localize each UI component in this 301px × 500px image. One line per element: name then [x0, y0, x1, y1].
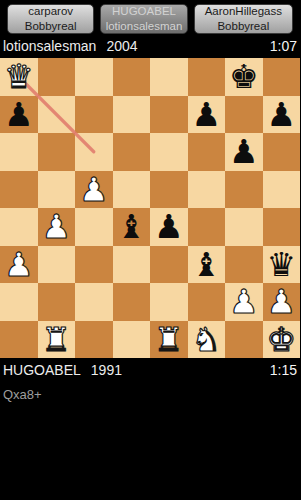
square-a1[interactable] [0, 321, 38, 359]
tab-player-top: AaronHillegass [205, 4, 282, 19]
tab-aaronhillegass-bobbyreal[interactable]: AaronHillegass Bobbyreal [194, 4, 293, 34]
square-b6[interactable] [38, 133, 76, 171]
square-a5[interactable] [0, 171, 38, 209]
square-g4[interactable] [225, 208, 263, 246]
square-a2[interactable] [0, 283, 38, 321]
bottom-player-rating: 1991 [91, 362, 122, 378]
square-h4[interactable] [263, 208, 301, 246]
square-e5[interactable] [150, 171, 188, 209]
bottom-player-clock: 1:15 [270, 362, 297, 378]
top-player-name: lotionsalesman [3, 38, 96, 54]
tab-player-bottom: Bobbyreal [217, 19, 269, 34]
square-b3[interactable] [38, 246, 76, 284]
top-player-clock: 1:07 [270, 38, 297, 54]
piece-wR-e1[interactable]: ♜ [154, 321, 184, 358]
piece-wR-b1[interactable]: ♜ [41, 321, 71, 358]
square-f8[interactable] [188, 58, 226, 96]
square-d1[interactable] [113, 321, 151, 359]
piece-wN-f1[interactable]: ♞ [191, 321, 221, 358]
piece-wP-b4[interactable]: ♟ [41, 208, 71, 245]
square-d8[interactable] [113, 58, 151, 96]
tab-player-bottom: Bobbyreal [25, 19, 77, 34]
piece-bP-f7[interactable]: ♟ [191, 96, 221, 133]
top-player-rating: 2004 [106, 38, 137, 54]
square-b7[interactable] [38, 96, 76, 134]
square-g5[interactable] [225, 171, 263, 209]
square-c4[interactable] [75, 208, 113, 246]
square-a6[interactable] [0, 133, 38, 171]
piece-wP-h2[interactable]: ♟ [266, 283, 296, 320]
square-g2[interactable]: ♟ [225, 283, 263, 321]
square-h6[interactable] [263, 133, 301, 171]
piece-bK-g8[interactable]: ♚ [229, 58, 259, 95]
square-g8[interactable]: ♚ [225, 58, 263, 96]
square-d4[interactable]: ♝ [113, 208, 151, 246]
piece-wP-c5[interactable]: ♟ [79, 171, 109, 208]
square-c1[interactable] [75, 321, 113, 359]
chess-board-container: ♛♚♟♟♟♟♟♟♝♟♟♝♛♟♟♜♜♞♚ [0, 58, 300, 358]
square-e1[interactable]: ♜ [150, 321, 188, 359]
square-f7[interactable]: ♟ [188, 96, 226, 134]
piece-bP-a7[interactable]: ♟ [4, 96, 34, 133]
piece-bP-e4[interactable]: ♟ [154, 208, 184, 245]
piece-bP-g6[interactable]: ♟ [229, 133, 259, 170]
square-c6[interactable] [75, 133, 113, 171]
piece-wP-a3[interactable]: ♟ [4, 246, 34, 283]
tab-player-top: carparov [28, 4, 73, 19]
square-b2[interactable] [38, 283, 76, 321]
last-move-text: Qxa8+ [0, 382, 300, 402]
square-a4[interactable] [0, 208, 38, 246]
piece-wK-h1[interactable]: ♚ [266, 321, 296, 358]
tab-player-top: HUGOABEL [112, 4, 176, 19]
tab-carparov-bobbyreal[interactable]: carparov Bobbyreal [7, 4, 94, 34]
square-d2[interactable] [113, 283, 151, 321]
piece-wQ-a8[interactable]: ♛ [4, 58, 34, 95]
square-d6[interactable] [113, 133, 151, 171]
square-a7[interactable]: ♟ [0, 96, 38, 134]
square-h1[interactable]: ♚ [263, 321, 301, 359]
square-g1[interactable] [225, 321, 263, 359]
square-a8[interactable]: ♛ [0, 58, 38, 96]
square-d7[interactable] [113, 96, 151, 134]
square-f2[interactable] [188, 283, 226, 321]
square-c2[interactable] [75, 283, 113, 321]
bottom-player-name: HUGOABEL [3, 362, 81, 378]
square-a3[interactable]: ♟ [0, 246, 38, 284]
square-f5[interactable] [188, 171, 226, 209]
square-e2[interactable] [150, 283, 188, 321]
square-h3[interactable]: ♛ [263, 246, 301, 284]
square-e4[interactable]: ♟ [150, 208, 188, 246]
square-c7[interactable] [75, 96, 113, 134]
square-b1[interactable]: ♜ [38, 321, 76, 359]
square-d5[interactable] [113, 171, 151, 209]
piece-bB-f3[interactable]: ♝ [191, 246, 221, 283]
square-h8[interactable] [263, 58, 301, 96]
piece-wP-g2[interactable]: ♟ [229, 283, 259, 320]
square-e8[interactable] [150, 58, 188, 96]
square-b5[interactable] [38, 171, 76, 209]
square-f3[interactable]: ♝ [188, 246, 226, 284]
square-h7[interactable]: ♟ [263, 96, 301, 134]
square-h2[interactable]: ♟ [263, 283, 301, 321]
game-tab-bar: carparov Bobbyreal HUGOABEL lotionsalesm… [0, 0, 300, 34]
tab-hugoabel-lotionsalesman[interactable]: HUGOABEL lotionsalesman [100, 4, 187, 34]
square-g3[interactable] [225, 246, 263, 284]
chess-board[interactable]: ♛♚♟♟♟♟♟♟♝♟♟♝♛♟♟♜♜♞♚ [0, 58, 300, 358]
square-b4[interactable]: ♟ [38, 208, 76, 246]
square-e3[interactable] [150, 246, 188, 284]
square-c5[interactable]: ♟ [75, 171, 113, 209]
square-d3[interactable] [113, 246, 151, 284]
square-e6[interactable] [150, 133, 188, 171]
square-f4[interactable] [188, 208, 226, 246]
square-g6[interactable]: ♟ [225, 133, 263, 171]
piece-bB-d4[interactable]: ♝ [116, 208, 146, 245]
square-f6[interactable] [188, 133, 226, 171]
square-b8[interactable] [38, 58, 76, 96]
square-f1[interactable]: ♞ [188, 321, 226, 359]
square-c3[interactable] [75, 246, 113, 284]
tab-player-bottom: lotionsalesman [106, 19, 183, 34]
piece-bP-h7[interactable]: ♟ [266, 96, 296, 133]
square-h5[interactable] [263, 171, 301, 209]
square-e7[interactable] [150, 96, 188, 134]
piece-bQ-h3[interactable]: ♛ [266, 246, 296, 283]
top-player-bar: lotionsalesman 2004 1:07 [0, 34, 300, 58]
bottom-player-bar: HUGOABEL 1991 1:15 [0, 358, 300, 382]
square-g7[interactable] [225, 96, 263, 134]
square-c8[interactable] [75, 58, 113, 96]
